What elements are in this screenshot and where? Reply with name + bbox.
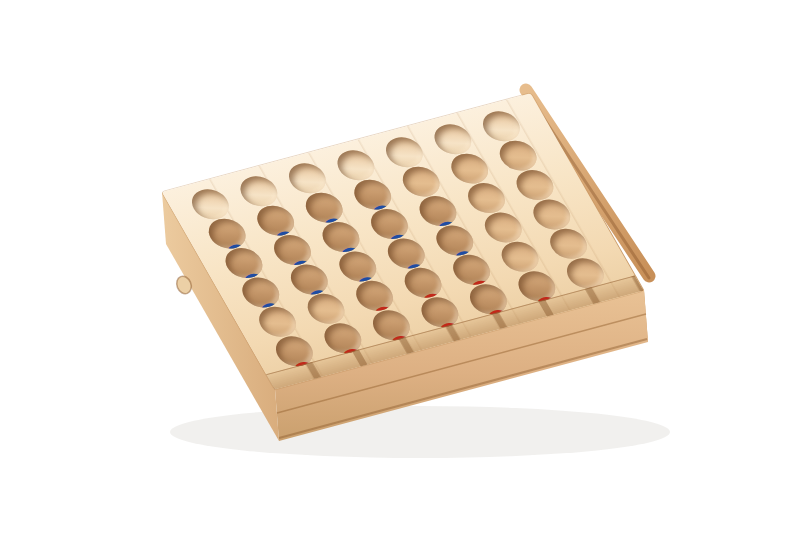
- board-shadow: [170, 406, 670, 458]
- product-photo: ●●●●●●●●●●●●●●●●●●●●●●●: [0, 0, 800, 533]
